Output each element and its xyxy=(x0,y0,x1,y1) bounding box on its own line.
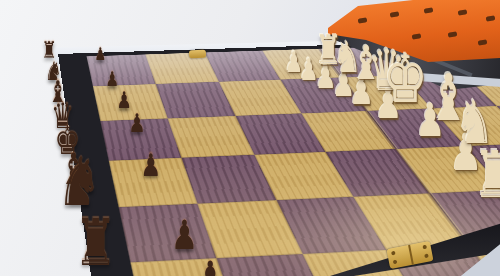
black-rook: ♜ xyxy=(74,209,117,274)
panel-slot xyxy=(412,33,422,39)
panel-slot xyxy=(448,31,458,37)
panel-slot xyxy=(458,9,468,15)
brass-hinge-far xyxy=(189,50,206,59)
panel-slot xyxy=(390,11,400,17)
panel-slot xyxy=(486,15,496,21)
white-rook: ♜ xyxy=(473,141,500,206)
panel-slot xyxy=(478,39,488,45)
photo-scene: ♜♞♝♛♚♝♞♜♟♟♟♟♟♟♟♟♟♟♟♟♟♟♟♟♜♞♝♛♚♝♞♜ xyxy=(0,0,500,276)
white-king: ♚ xyxy=(383,46,428,114)
panel-slot xyxy=(358,17,368,23)
black-pawn: ♟ xyxy=(95,45,107,63)
black-pawn: ♟ xyxy=(129,110,146,136)
black-pawn: ♟ xyxy=(171,216,198,257)
panel-slot xyxy=(424,7,434,13)
black-pawn: ♟ xyxy=(141,150,162,181)
black-pawn: ♟ xyxy=(196,255,226,276)
